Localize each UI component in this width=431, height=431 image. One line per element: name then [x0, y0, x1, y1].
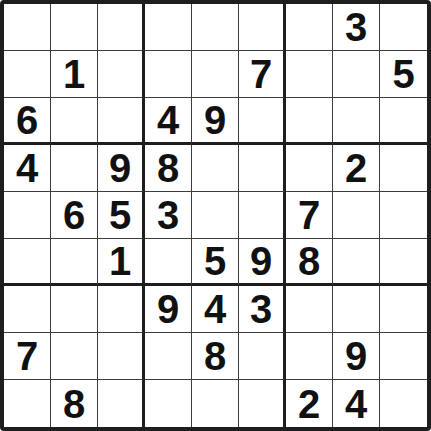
- cell-r2c9-given[interactable]: 5: [380, 51, 427, 98]
- cell-r4c9-empty[interactable]: [380, 145, 427, 192]
- cell-r5c5-empty[interactable]: [192, 192, 239, 239]
- cell-r3c9-empty[interactable]: [380, 98, 427, 145]
- cell-r9c5-empty[interactable]: [192, 380, 239, 427]
- cell-r1c5-empty[interactable]: [192, 4, 239, 51]
- cell-r7c4-given[interactable]: 9: [145, 286, 192, 333]
- cell-r8c4-empty[interactable]: [145, 333, 192, 380]
- cell-r2c4-empty[interactable]: [145, 51, 192, 98]
- cell-r9c9-empty[interactable]: [380, 380, 427, 427]
- cell-r9c6-empty[interactable]: [239, 380, 286, 427]
- sudoku-board: 3175649498265371598943789824: [0, 0, 431, 431]
- cell-r9c4-empty[interactable]: [145, 380, 192, 427]
- cell-r5c7-given[interactable]: 7: [286, 192, 333, 239]
- cell-r3c1-given[interactable]: 6: [4, 98, 51, 145]
- cell-r3c7-empty[interactable]: [286, 98, 333, 145]
- cell-r5c4-given[interactable]: 3: [145, 192, 192, 239]
- cell-r7c5-given[interactable]: 4: [192, 286, 239, 333]
- cell-r3c3-empty[interactable]: [98, 98, 145, 145]
- cell-r5c9-empty[interactable]: [380, 192, 427, 239]
- cell-r8c1-given[interactable]: 7: [4, 333, 51, 380]
- cell-r2c2-given[interactable]: 1: [51, 51, 98, 98]
- cell-r6c6-given[interactable]: 9: [239, 239, 286, 286]
- cell-r6c2-empty[interactable]: [51, 239, 98, 286]
- cell-r2c1-empty[interactable]: [4, 51, 51, 98]
- cell-r8c7-empty[interactable]: [286, 333, 333, 380]
- cell-r6c5-given[interactable]: 5: [192, 239, 239, 286]
- cell-r6c1-empty[interactable]: [4, 239, 51, 286]
- cell-r1c2-empty[interactable]: [51, 4, 98, 51]
- cell-r8c6-empty[interactable]: [239, 333, 286, 380]
- cell-r8c3-empty[interactable]: [98, 333, 145, 380]
- cell-r7c9-empty[interactable]: [380, 286, 427, 333]
- cell-r9c2-given[interactable]: 8: [51, 380, 98, 427]
- cell-r2c7-empty[interactable]: [286, 51, 333, 98]
- cell-r2c3-empty[interactable]: [98, 51, 145, 98]
- cell-r8c2-empty[interactable]: [51, 333, 98, 380]
- cell-r2c8-empty[interactable]: [333, 51, 380, 98]
- cell-r9c3-empty[interactable]: [98, 380, 145, 427]
- cell-r1c4-empty[interactable]: [145, 4, 192, 51]
- cell-r6c9-empty[interactable]: [380, 239, 427, 286]
- cell-r1c7-empty[interactable]: [286, 4, 333, 51]
- cell-r5c2-given[interactable]: 6: [51, 192, 98, 239]
- cell-r4c6-empty[interactable]: [239, 145, 286, 192]
- cell-r3c4-given[interactable]: 4: [145, 98, 192, 145]
- cell-r4c1-given[interactable]: 4: [4, 145, 51, 192]
- cell-r6c8-empty[interactable]: [333, 239, 380, 286]
- cell-r2c6-given[interactable]: 7: [239, 51, 286, 98]
- cell-r7c8-empty[interactable]: [333, 286, 380, 333]
- cell-r7c6-given[interactable]: 3: [239, 286, 286, 333]
- cell-r7c3-empty[interactable]: [98, 286, 145, 333]
- cell-r4c2-empty[interactable]: [51, 145, 98, 192]
- cell-r1c9-empty[interactable]: [380, 4, 427, 51]
- cell-r3c6-empty[interactable]: [239, 98, 286, 145]
- cell-r9c1-empty[interactable]: [4, 380, 51, 427]
- cell-r3c8-empty[interactable]: [333, 98, 380, 145]
- cell-r8c9-empty[interactable]: [380, 333, 427, 380]
- cell-r1c3-empty[interactable]: [98, 4, 145, 51]
- cell-r1c8-given[interactable]: 3: [333, 4, 380, 51]
- cell-r7c7-empty[interactable]: [286, 286, 333, 333]
- cell-r8c8-given[interactable]: 9: [333, 333, 380, 380]
- cell-r5c6-empty[interactable]: [239, 192, 286, 239]
- cell-r6c7-given[interactable]: 8: [286, 239, 333, 286]
- cell-r4c7-empty[interactable]: [286, 145, 333, 192]
- puzzle-page: 3175649498265371598943789824: [0, 0, 431, 431]
- cell-r4c3-given[interactable]: 9: [98, 145, 145, 192]
- cell-r5c8-empty[interactable]: [333, 192, 380, 239]
- cell-r1c6-empty[interactable]: [239, 4, 286, 51]
- cell-r6c4-empty[interactable]: [145, 239, 192, 286]
- cell-r9c7-given[interactable]: 2: [286, 380, 333, 427]
- cell-r1c1-empty[interactable]: [4, 4, 51, 51]
- cell-r7c1-empty[interactable]: [4, 286, 51, 333]
- cell-r4c5-empty[interactable]: [192, 145, 239, 192]
- cell-r7c2-empty[interactable]: [51, 286, 98, 333]
- cell-r2c5-empty[interactable]: [192, 51, 239, 98]
- cell-r8c5-given[interactable]: 8: [192, 333, 239, 380]
- cell-r3c2-empty[interactable]: [51, 98, 98, 145]
- cell-r5c3-given[interactable]: 5: [98, 192, 145, 239]
- cell-r4c8-given[interactable]: 2: [333, 145, 380, 192]
- cell-r6c3-given[interactable]: 1: [98, 239, 145, 286]
- cell-r4c4-given[interactable]: 8: [145, 145, 192, 192]
- cell-r9c8-given[interactable]: 4: [333, 380, 380, 427]
- cell-r3c5-given[interactable]: 9: [192, 98, 239, 145]
- cell-r5c1-empty[interactable]: [4, 192, 51, 239]
